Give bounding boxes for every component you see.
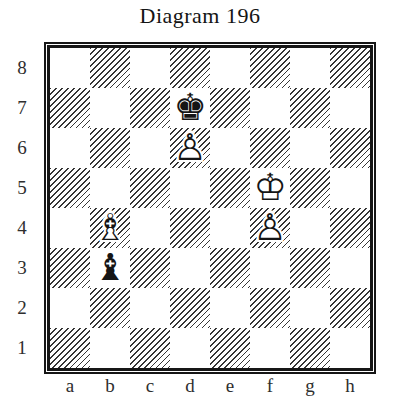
- square-a1[interactable]: [50, 328, 90, 368]
- file-label-g: g: [290, 374, 330, 398]
- square-c2[interactable]: [130, 288, 170, 328]
- black-king-icon: ♚: [170, 88, 210, 128]
- square-a8[interactable]: [50, 48, 90, 88]
- square-c5[interactable]: [130, 168, 170, 208]
- rank-label-3: 3: [8, 248, 36, 288]
- square-f5[interactable]: ♚♔: [250, 168, 290, 208]
- file-labels: abcdefgh: [50, 374, 370, 398]
- square-a2[interactable]: [50, 288, 90, 328]
- file-label-c: c: [130, 374, 170, 398]
- square-h5[interactable]: [330, 168, 370, 208]
- square-h7[interactable]: [330, 88, 370, 128]
- square-g7[interactable]: [290, 88, 330, 128]
- square-d2[interactable]: [170, 288, 210, 328]
- square-b1[interactable]: [90, 328, 130, 368]
- file-label-h: h: [330, 374, 370, 398]
- square-c4[interactable]: [130, 208, 170, 248]
- chess-board-frame: ♚♟♙♚♔♝♗♟♙♝: [44, 42, 376, 374]
- square-f6[interactable]: [250, 128, 290, 168]
- file-label-d: d: [170, 374, 210, 398]
- square-e5[interactable]: [210, 168, 250, 208]
- piece-white-fill-b4: ♝: [89, 207, 131, 249]
- chess-board-inner-frame: ♚♟♙♚♔♝♗♟♙♝: [47, 45, 373, 371]
- square-c6[interactable]: [130, 128, 170, 168]
- square-g6[interactable]: [290, 128, 330, 168]
- square-a5[interactable]: [50, 168, 90, 208]
- rank-label-1: 1: [8, 328, 36, 368]
- square-a3[interactable]: [50, 248, 90, 288]
- rank-labels: 87654321: [8, 48, 36, 368]
- square-a6[interactable]: [50, 128, 90, 168]
- white-bishop-icon: ♗: [90, 208, 130, 248]
- square-g4[interactable]: [290, 208, 330, 248]
- piece-white-fill-f5: ♚: [249, 167, 291, 209]
- white-pawn-icon: ♙: [250, 208, 290, 248]
- piece-white-fill-d6: ♟: [169, 127, 211, 169]
- square-d3[interactable]: [170, 248, 210, 288]
- piece-white-fill-f4: ♟: [249, 207, 291, 249]
- square-f3[interactable]: [250, 248, 290, 288]
- square-e3[interactable]: [210, 248, 250, 288]
- rank-label-8: 8: [8, 48, 36, 88]
- chess-diagram-page: Diagram 196 ♚♟♙♚♔♝♗♟♙♝ 87654321 abcdefgh: [0, 0, 400, 400]
- square-h1[interactable]: [330, 328, 370, 368]
- square-f7[interactable]: [250, 88, 290, 128]
- square-g5[interactable]: [290, 168, 330, 208]
- square-e4[interactable]: [210, 208, 250, 248]
- square-b5[interactable]: [90, 168, 130, 208]
- square-d1[interactable]: [170, 328, 210, 368]
- square-g1[interactable]: [290, 328, 330, 368]
- white-pawn-icon: ♙: [170, 128, 210, 168]
- square-g2[interactable]: [290, 288, 330, 328]
- black-bishop-icon: ♝: [90, 248, 130, 288]
- square-f2[interactable]: [250, 288, 290, 328]
- square-f1[interactable]: [250, 328, 290, 368]
- file-label-b: b: [90, 374, 130, 398]
- square-h4[interactable]: [330, 208, 370, 248]
- square-b7[interactable]: [90, 88, 130, 128]
- rank-label-4: 4: [8, 208, 36, 248]
- square-b6[interactable]: [90, 128, 130, 168]
- chess-board: ♚♟♙♚♔♝♗♟♙♝: [50, 48, 370, 368]
- square-d6[interactable]: ♟♙: [170, 128, 210, 168]
- rank-label-5: 5: [8, 168, 36, 208]
- square-b8[interactable]: [90, 48, 130, 88]
- square-h8[interactable]: [330, 48, 370, 88]
- square-e1[interactable]: [210, 328, 250, 368]
- white-king-icon: ♔: [250, 168, 290, 208]
- square-a7[interactable]: [50, 88, 90, 128]
- rank-label-6: 6: [8, 128, 36, 168]
- square-f4[interactable]: ♟♙: [250, 208, 290, 248]
- file-label-e: e: [210, 374, 250, 398]
- square-c3[interactable]: [130, 248, 170, 288]
- square-b2[interactable]: [90, 288, 130, 328]
- rank-label-7: 7: [8, 88, 36, 128]
- square-e2[interactable]: [210, 288, 250, 328]
- square-c7[interactable]: [130, 88, 170, 128]
- file-label-f: f: [250, 374, 290, 398]
- square-d8[interactable]: [170, 48, 210, 88]
- square-h6[interactable]: [330, 128, 370, 168]
- square-g3[interactable]: [290, 248, 330, 288]
- square-b4[interactable]: ♝♗: [90, 208, 130, 248]
- square-g8[interactable]: [290, 48, 330, 88]
- square-e8[interactable]: [210, 48, 250, 88]
- square-e7[interactable]: [210, 88, 250, 128]
- square-h2[interactable]: [330, 288, 370, 328]
- rank-label-2: 2: [8, 288, 36, 328]
- square-d7[interactable]: ♚: [170, 88, 210, 128]
- square-f8[interactable]: [250, 48, 290, 88]
- square-h3[interactable]: [330, 248, 370, 288]
- square-d4[interactable]: [170, 208, 210, 248]
- square-c8[interactable]: [130, 48, 170, 88]
- square-a4[interactable]: [50, 208, 90, 248]
- file-label-a: a: [50, 374, 90, 398]
- square-c1[interactable]: [130, 328, 170, 368]
- diagram-title: Diagram 196: [0, 3, 400, 29]
- square-d5[interactable]: [170, 168, 210, 208]
- square-e6[interactable]: [210, 128, 250, 168]
- square-b3[interactable]: ♝: [90, 248, 130, 288]
